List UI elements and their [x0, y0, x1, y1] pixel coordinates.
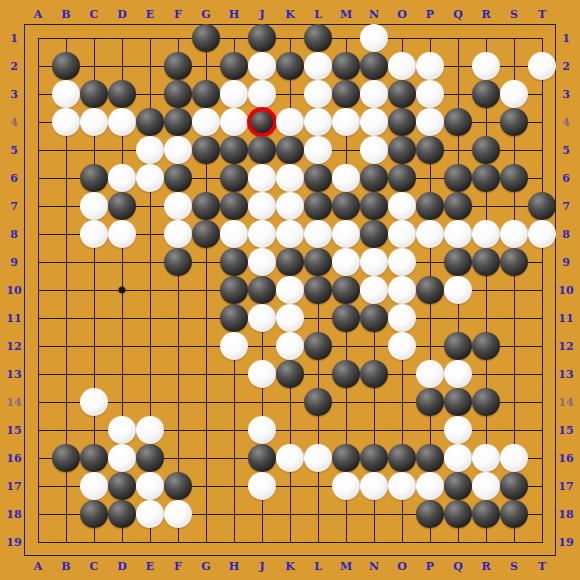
stone-black[interactable] [108, 80, 136, 108]
stone-black[interactable] [444, 164, 472, 192]
stone-black[interactable] [360, 220, 388, 248]
stone-white[interactable] [528, 52, 556, 80]
stone-white[interactable] [136, 164, 164, 192]
stone-black[interactable] [332, 276, 360, 304]
stone-white[interactable] [164, 500, 192, 528]
stone-white[interactable] [136, 500, 164, 528]
stone-white[interactable] [304, 136, 332, 164]
stone-white[interactable] [276, 444, 304, 472]
stone-black[interactable] [472, 248, 500, 276]
column-label: S [510, 561, 518, 572]
stone-black[interactable] [388, 108, 416, 136]
stone-white[interactable] [248, 304, 276, 332]
stone-black[interactable] [108, 472, 136, 500]
stone-black[interactable] [332, 360, 360, 388]
grid-line [38, 542, 543, 543]
row-label: 14 [558, 397, 573, 408]
stone-white[interactable] [472, 52, 500, 80]
stone-white[interactable] [108, 108, 136, 136]
column-label: M [340, 561, 352, 572]
stone-white[interactable] [164, 192, 192, 220]
last-move-stone[interactable] [247, 107, 277, 137]
stone-white[interactable] [360, 80, 388, 108]
row-label: 13 [558, 369, 573, 380]
stone-white[interactable] [164, 136, 192, 164]
stone-white[interactable] [388, 276, 416, 304]
stone-black[interactable] [192, 136, 220, 164]
stone-black[interactable] [220, 304, 248, 332]
stone-black[interactable] [472, 332, 500, 360]
stone-black[interactable] [500, 248, 528, 276]
column-label: B [61, 561, 70, 572]
stone-white[interactable] [360, 276, 388, 304]
stone-white[interactable] [248, 472, 276, 500]
grid-line [542, 38, 543, 543]
stone-black[interactable] [360, 52, 388, 80]
row-label: 2 [562, 61, 570, 72]
stone-black[interactable] [388, 80, 416, 108]
stone-black[interactable] [248, 24, 276, 52]
stone-white[interactable] [52, 80, 80, 108]
stone-black[interactable] [416, 192, 444, 220]
stone-white[interactable] [388, 472, 416, 500]
stone-white[interactable] [248, 416, 276, 444]
stone-black[interactable] [52, 52, 80, 80]
stone-white[interactable] [416, 80, 444, 108]
stone-white[interactable] [444, 416, 472, 444]
stone-white[interactable] [472, 220, 500, 248]
stone-black[interactable] [248, 444, 276, 472]
row-label: 16 [6, 453, 21, 464]
stone-black[interactable] [164, 472, 192, 500]
stone-white[interactable] [332, 164, 360, 192]
stone-black[interactable] [276, 136, 304, 164]
stone-white[interactable] [360, 24, 388, 52]
stone-black[interactable] [304, 276, 332, 304]
row-label: 3 [10, 89, 18, 100]
stone-black[interactable] [276, 52, 304, 80]
stone-black[interactable] [472, 500, 500, 528]
stone-white[interactable] [220, 108, 248, 136]
stone-white[interactable] [444, 276, 472, 304]
row-label: 13 [6, 369, 21, 380]
stone-black[interactable] [220, 248, 248, 276]
stone-black[interactable] [444, 472, 472, 500]
stone-black[interactable] [220, 164, 248, 192]
column-label: O [397, 9, 407, 20]
column-label: O [397, 561, 407, 572]
row-label: 4 [10, 117, 18, 128]
column-label: F [174, 9, 182, 20]
stone-black[interactable] [444, 108, 472, 136]
column-label: N [369, 561, 379, 572]
stone-black[interactable] [248, 276, 276, 304]
stone-black[interactable] [416, 136, 444, 164]
row-label: 6 [562, 173, 570, 184]
column-label: B [61, 9, 70, 20]
stone-black[interactable] [360, 192, 388, 220]
stone-black[interactable] [108, 500, 136, 528]
row-label: 18 [558, 509, 573, 520]
stone-black[interactable] [332, 192, 360, 220]
row-label: 10 [558, 285, 573, 296]
column-label: P [426, 561, 434, 572]
row-label: 15 [558, 425, 573, 436]
stone-white[interactable] [80, 220, 108, 248]
stone-black[interactable] [304, 248, 332, 276]
column-label: C [90, 9, 99, 20]
stone-white[interactable] [220, 80, 248, 108]
row-label: 18 [6, 509, 21, 520]
row-label: 9 [10, 257, 18, 268]
stone-black[interactable] [360, 304, 388, 332]
stone-white[interactable] [276, 220, 304, 248]
stone-white[interactable] [108, 220, 136, 248]
stone-black[interactable] [220, 192, 248, 220]
stone-white[interactable] [528, 220, 556, 248]
stone-black[interactable] [388, 164, 416, 192]
stone-black[interactable] [304, 192, 332, 220]
stone-white[interactable] [472, 444, 500, 472]
column-label: T [538, 561, 546, 572]
stone-white[interactable] [136, 136, 164, 164]
column-label: R [481, 9, 490, 20]
stone-black[interactable] [332, 52, 360, 80]
column-label: E [146, 561, 154, 572]
stone-white[interactable] [220, 220, 248, 248]
row-label: 7 [10, 201, 18, 212]
stone-black[interactable] [304, 388, 332, 416]
column-label: E [146, 9, 154, 20]
stone-black[interactable] [500, 500, 528, 528]
stone-white[interactable] [360, 108, 388, 136]
star-point [119, 287, 126, 294]
stone-white[interactable] [360, 248, 388, 276]
stone-white[interactable] [80, 388, 108, 416]
stone-white[interactable] [360, 472, 388, 500]
stone-white[interactable] [276, 332, 304, 360]
column-label: C [90, 561, 99, 572]
column-label: K [285, 9, 295, 20]
stone-white[interactable] [220, 332, 248, 360]
stone-white[interactable] [500, 220, 528, 248]
row-label: 2 [10, 61, 18, 72]
stone-white[interactable] [388, 304, 416, 332]
stone-black[interactable] [304, 24, 332, 52]
column-label: Q [453, 561, 463, 572]
column-label: J [259, 9, 264, 20]
stone-black[interactable] [444, 192, 472, 220]
stone-black[interactable] [276, 248, 304, 276]
stone-black[interactable] [416, 388, 444, 416]
stone-black[interactable] [332, 304, 360, 332]
stone-white[interactable] [276, 164, 304, 192]
stone-black[interactable] [416, 500, 444, 528]
row-label: 7 [562, 201, 570, 212]
stone-black[interactable] [304, 164, 332, 192]
stone-black[interactable] [164, 80, 192, 108]
column-label: L [314, 9, 322, 20]
stone-white[interactable] [332, 472, 360, 500]
stone-black[interactable] [332, 80, 360, 108]
stone-white[interactable] [388, 192, 416, 220]
row-label: 8 [562, 229, 570, 240]
stone-white[interactable] [248, 220, 276, 248]
stone-white[interactable] [444, 360, 472, 388]
stone-black[interactable] [500, 164, 528, 192]
stone-white[interactable] [248, 80, 276, 108]
stone-black[interactable] [276, 360, 304, 388]
stone-black[interactable] [528, 192, 556, 220]
stone-white[interactable] [332, 248, 360, 276]
stone-white[interactable] [108, 416, 136, 444]
stone-white[interactable] [388, 220, 416, 248]
column-label: M [340, 9, 352, 20]
column-label: A [34, 561, 43, 572]
stone-white[interactable] [388, 52, 416, 80]
stone-white[interactable] [136, 472, 164, 500]
stone-black[interactable] [108, 192, 136, 220]
stone-white[interactable] [416, 360, 444, 388]
stone-black[interactable] [80, 500, 108, 528]
row-label: 6 [10, 173, 18, 184]
stone-white[interactable] [304, 108, 332, 136]
stone-white[interactable] [108, 164, 136, 192]
row-label: 3 [562, 89, 570, 100]
row-label: 12 [558, 341, 573, 352]
stone-white[interactable] [304, 444, 332, 472]
stone-white[interactable] [276, 108, 304, 136]
stone-black[interactable] [192, 24, 220, 52]
column-label: H [229, 9, 239, 20]
stone-black[interactable] [192, 220, 220, 248]
row-label: 4 [562, 117, 570, 128]
stone-white[interactable] [248, 248, 276, 276]
stone-black[interactable] [360, 360, 388, 388]
stone-white[interactable] [304, 80, 332, 108]
column-label: G [201, 561, 210, 572]
stone-white[interactable] [248, 192, 276, 220]
column-label: Q [453, 9, 463, 20]
column-label: N [369, 9, 379, 20]
stone-black[interactable] [360, 444, 388, 472]
row-label: 1 [10, 33, 18, 44]
column-label: H [229, 561, 239, 572]
stone-white[interactable] [276, 304, 304, 332]
stone-black[interactable] [80, 80, 108, 108]
stone-white[interactable] [52, 108, 80, 136]
stone-black[interactable] [416, 444, 444, 472]
stone-white[interactable] [276, 192, 304, 220]
stone-black[interactable] [136, 444, 164, 472]
stone-white[interactable] [192, 108, 220, 136]
row-label: 17 [558, 481, 573, 492]
row-label: 8 [10, 229, 18, 240]
stone-white[interactable] [472, 472, 500, 500]
stone-black[interactable] [500, 108, 528, 136]
stone-black[interactable] [472, 164, 500, 192]
stone-black[interactable] [164, 248, 192, 276]
stone-black[interactable] [388, 136, 416, 164]
row-label: 16 [558, 453, 573, 464]
stone-black[interactable] [444, 248, 472, 276]
stone-white[interactable] [276, 276, 304, 304]
stone-black[interactable] [220, 276, 248, 304]
stone-white[interactable] [80, 192, 108, 220]
stone-black[interactable] [332, 444, 360, 472]
stone-white[interactable] [80, 108, 108, 136]
column-label: S [510, 9, 518, 20]
row-label: 5 [10, 145, 18, 156]
stone-white[interactable] [164, 220, 192, 248]
stone-black[interactable] [444, 332, 472, 360]
row-label: 17 [6, 481, 21, 492]
row-label: 1 [562, 33, 570, 44]
column-label: T [538, 9, 546, 20]
stone-black[interactable] [472, 388, 500, 416]
stone-white[interactable] [416, 108, 444, 136]
stone-white[interactable] [248, 360, 276, 388]
stone-black[interactable] [164, 108, 192, 136]
row-label: 14 [6, 397, 21, 408]
column-label: G [201, 9, 210, 20]
column-label: F [174, 561, 182, 572]
stone-white[interactable] [416, 472, 444, 500]
stone-white[interactable] [248, 52, 276, 80]
row-label: 11 [558, 313, 573, 324]
stone-white[interactable] [248, 164, 276, 192]
stone-black[interactable] [192, 192, 220, 220]
stone-black[interactable] [500, 472, 528, 500]
stone-black[interactable] [444, 388, 472, 416]
stone-black[interactable] [80, 444, 108, 472]
stone-white[interactable] [416, 52, 444, 80]
stone-white[interactable] [332, 108, 360, 136]
stone-black[interactable] [164, 52, 192, 80]
row-label: 9 [562, 257, 570, 268]
stone-black[interactable] [388, 444, 416, 472]
stone-black[interactable] [220, 52, 248, 80]
stone-white[interactable] [444, 444, 472, 472]
stone-white[interactable] [360, 136, 388, 164]
stone-black[interactable] [472, 136, 500, 164]
row-label: 10 [6, 285, 21, 296]
column-label: R [481, 561, 490, 572]
stone-black[interactable] [304, 332, 332, 360]
column-label: A [34, 9, 43, 20]
stone-white[interactable] [388, 248, 416, 276]
stone-black[interactable] [472, 80, 500, 108]
stone-white[interactable] [80, 472, 108, 500]
stone-white[interactable] [304, 52, 332, 80]
stone-white[interactable] [444, 220, 472, 248]
stone-black[interactable] [416, 276, 444, 304]
stone-white[interactable] [332, 220, 360, 248]
row-label: 15 [6, 425, 21, 436]
stone-black[interactable] [248, 136, 276, 164]
stone-white[interactable] [388, 332, 416, 360]
column-label: P [426, 9, 434, 20]
column-label: K [285, 561, 295, 572]
stone-white[interactable] [136, 416, 164, 444]
column-label: D [117, 9, 127, 20]
stone-black[interactable] [220, 136, 248, 164]
stone-white[interactable] [500, 80, 528, 108]
stone-white[interactable] [416, 220, 444, 248]
row-label: 5 [562, 145, 570, 156]
row-label: 11 [6, 313, 21, 324]
stone-black[interactable] [136, 108, 164, 136]
stone-black[interactable] [444, 500, 472, 528]
row-label: 19 [558, 537, 573, 548]
stone-black[interactable] [52, 444, 80, 472]
stone-black[interactable] [192, 80, 220, 108]
stone-black[interactable] [164, 164, 192, 192]
column-label: J [259, 561, 264, 572]
stone-black[interactable] [360, 164, 388, 192]
stone-white[interactable] [304, 220, 332, 248]
stone-white[interactable] [500, 444, 528, 472]
column-label: L [314, 561, 322, 572]
stone-white[interactable] [108, 444, 136, 472]
go-board: AABBCCDDEEFFGGHHJJKKLLMMNNOOPPQQRRSSTT11… [0, 0, 580, 580]
row-label: 19 [6, 537, 21, 548]
row-label: 12 [6, 341, 21, 352]
stone-black[interactable] [80, 164, 108, 192]
column-label: D [117, 561, 127, 572]
